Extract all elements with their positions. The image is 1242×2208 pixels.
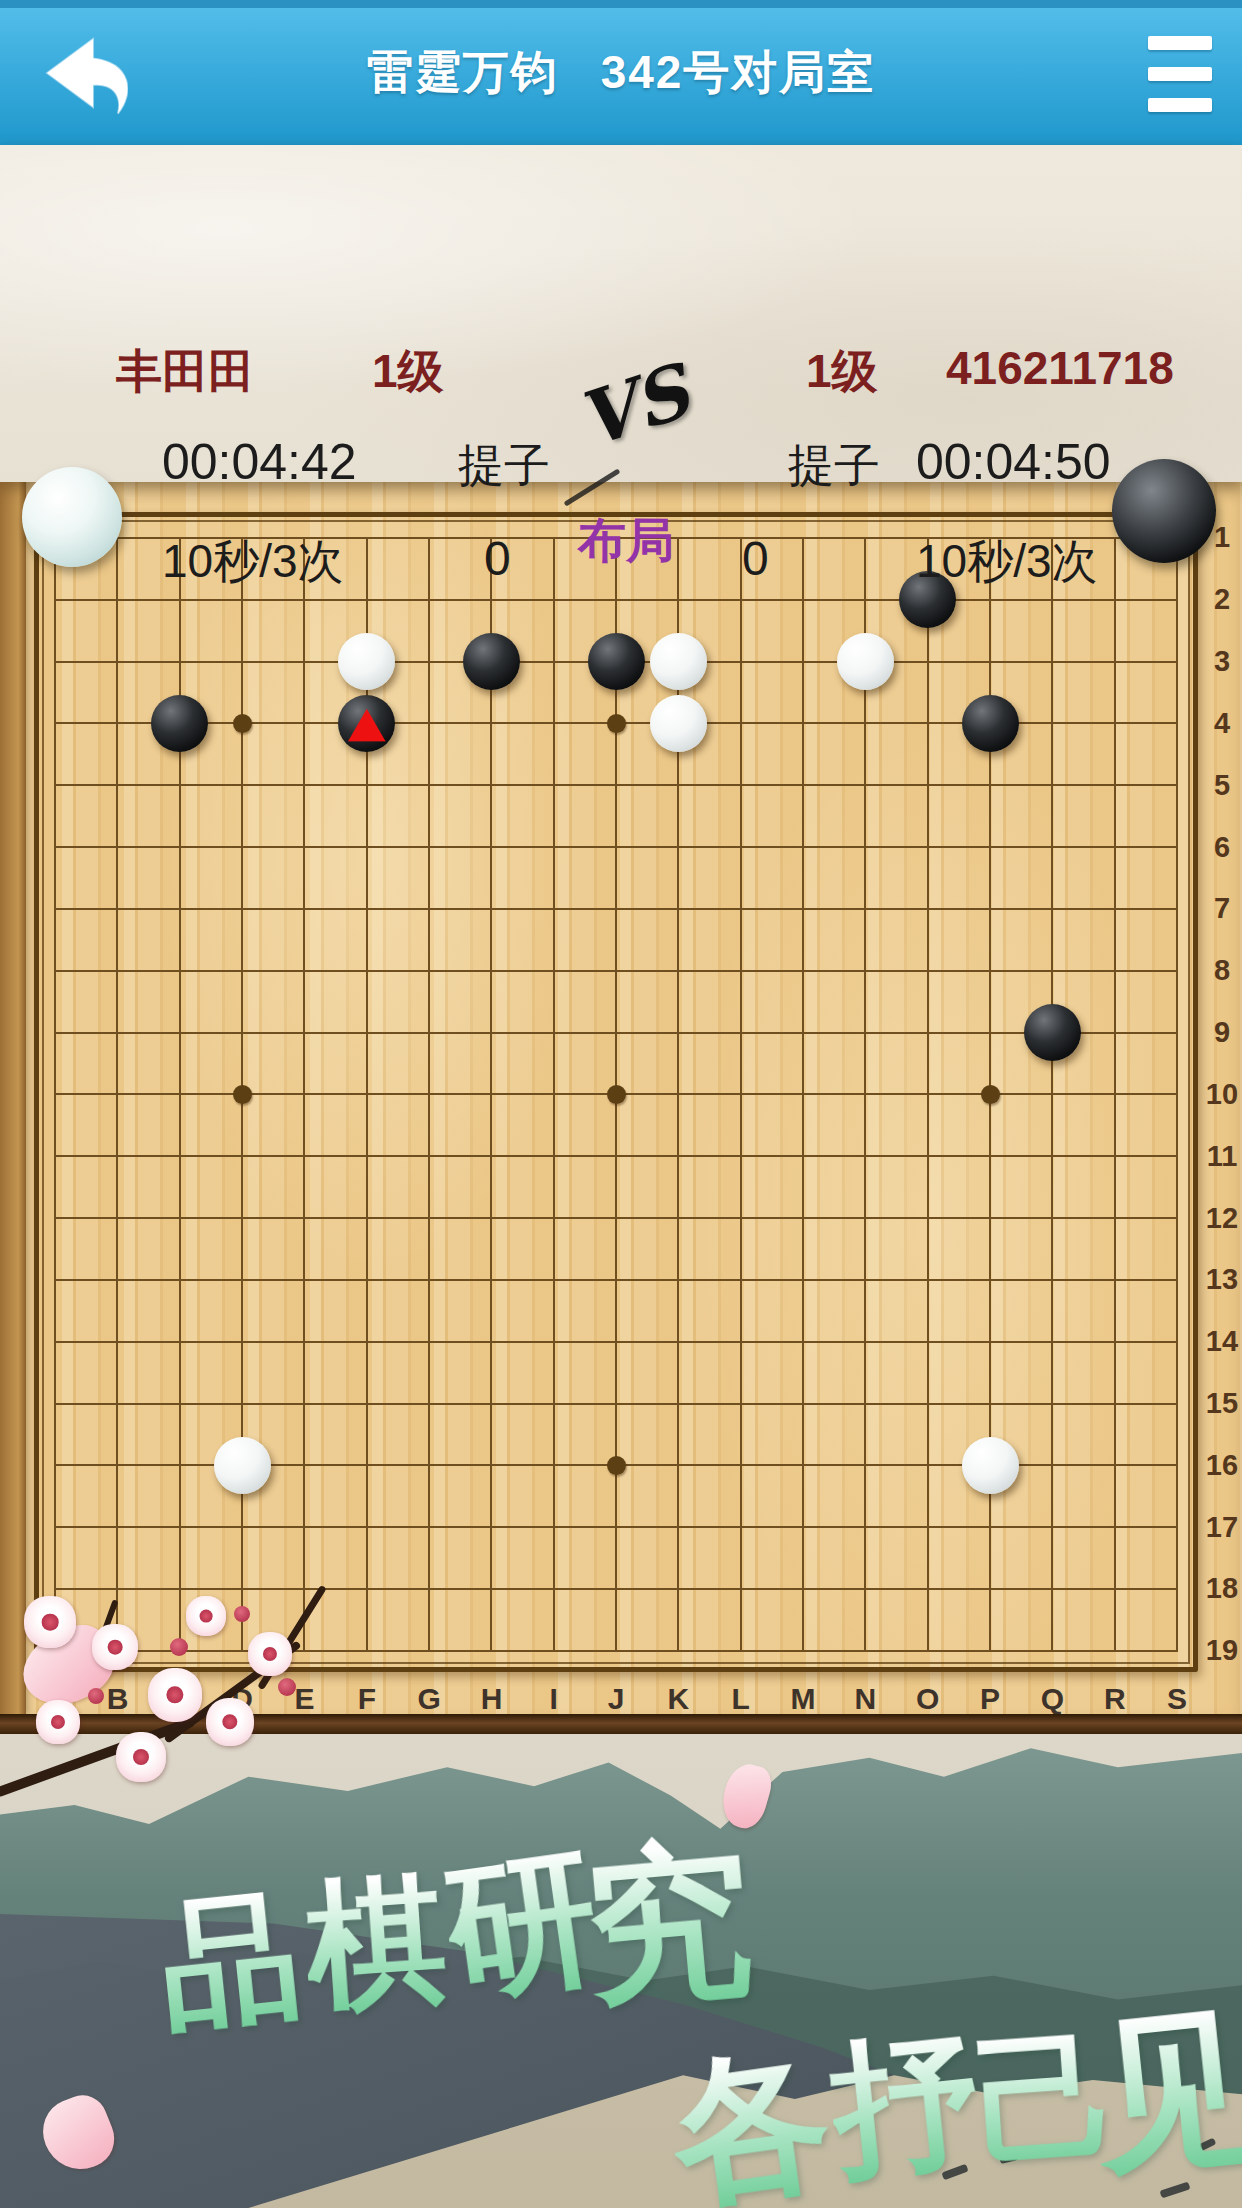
right-player-name: 416211718 bbox=[946, 341, 1174, 395]
black-stone-F4 bbox=[338, 695, 395, 752]
last-move-marker bbox=[348, 709, 386, 742]
right-captures-label: 提子 bbox=[788, 435, 880, 497]
right-byoyomi: 10秒/3次 bbox=[916, 531, 1098, 593]
vs-mark: VS bbox=[567, 348, 699, 464]
row-label-9: 9 bbox=[1204, 1002, 1240, 1064]
row-label-19: 19 bbox=[1204, 1620, 1240, 1682]
col-label-H: H bbox=[460, 1682, 522, 1716]
row-label-16: 16 bbox=[1204, 1434, 1240, 1496]
star-point bbox=[981, 1085, 1000, 1104]
right-player-time: 00:04:50 bbox=[916, 433, 1111, 491]
calligraphy-char: 品 bbox=[150, 1861, 309, 2065]
plum-blossom bbox=[186, 1596, 226, 1636]
calligraphy-char: 究 bbox=[574, 1805, 761, 2046]
app-screen: 雷霆万钧 342号对局室 丰田田 1级 1级 416211718 00:04:4… bbox=[0, 0, 1242, 2208]
row-label-3: 3 bbox=[1204, 631, 1240, 693]
col-label-G: G bbox=[398, 1682, 460, 1716]
players-info-panel: 丰田田 1级 1级 416211718 00:04:42 提子 提子 00:04… bbox=[0, 145, 1242, 482]
right-player-rank: 1级 bbox=[806, 341, 878, 403]
blossom-bud bbox=[88, 1688, 104, 1704]
blossom-bud bbox=[234, 1606, 250, 1622]
col-label-S: S bbox=[1146, 1682, 1208, 1716]
col-label-N: N bbox=[834, 1682, 896, 1716]
left-captures-label: 提子 bbox=[458, 435, 550, 497]
col-label-Q: Q bbox=[1021, 1682, 1083, 1716]
col-label-I: I bbox=[523, 1682, 585, 1716]
star-point bbox=[233, 1085, 252, 1104]
calligraphy-char: 抒 bbox=[822, 1999, 990, 2208]
col-label-P: P bbox=[959, 1682, 1021, 1716]
plum-blossom bbox=[148, 1668, 202, 1722]
row-coordinates: 12345678910111213141516171819 bbox=[1204, 507, 1240, 1682]
col-label-L: L bbox=[710, 1682, 772, 1716]
row-label-13: 13 bbox=[1204, 1249, 1240, 1311]
black-player-stone-avatar bbox=[1112, 459, 1216, 563]
game-phase-label: 布局 bbox=[578, 509, 674, 573]
col-label-O: O bbox=[897, 1682, 959, 1716]
row-label-18: 18 bbox=[1204, 1558, 1240, 1620]
row-label-12: 12 bbox=[1204, 1187, 1240, 1249]
white-player-stone-avatar bbox=[22, 467, 122, 567]
header-bar: 雷霆万钧 342号对局室 bbox=[0, 0, 1242, 145]
row-label-4: 4 bbox=[1204, 692, 1240, 754]
right-captures-count: 0 bbox=[742, 531, 769, 586]
room-number: 342号对局室 bbox=[601, 42, 876, 104]
calligraphy-char: 见 bbox=[1083, 1972, 1242, 2208]
row-label-8: 8 bbox=[1204, 940, 1240, 1002]
left-player-name: 丰田田 bbox=[116, 341, 254, 403]
plum-blossom bbox=[206, 1698, 254, 1746]
menu-button[interactable] bbox=[1148, 36, 1214, 112]
black-stone-C4 bbox=[151, 695, 208, 752]
black-stone-J3 bbox=[588, 633, 645, 690]
plum-blossom bbox=[116, 1732, 166, 1782]
left-player-rank: 1级 bbox=[372, 341, 444, 403]
row-label-5: 5 bbox=[1204, 754, 1240, 816]
plum-blossom bbox=[92, 1624, 138, 1670]
left-byoyomi: 10秒/3次 bbox=[162, 531, 344, 593]
col-label-K: K bbox=[647, 1682, 709, 1716]
row-label-6: 6 bbox=[1204, 816, 1240, 878]
room-name: 雷霆万钧 bbox=[367, 42, 559, 104]
col-label-M: M bbox=[772, 1682, 834, 1716]
row-label-7: 7 bbox=[1204, 878, 1240, 940]
blossom-bud bbox=[170, 1638, 188, 1656]
blossom-bud bbox=[278, 1678, 296, 1696]
row-label-17: 17 bbox=[1204, 1496, 1240, 1558]
row-label-2: 2 bbox=[1204, 569, 1240, 631]
plum-blossom bbox=[24, 1596, 76, 1648]
plum-blossom bbox=[248, 1632, 292, 1676]
row-label-15: 15 bbox=[1204, 1373, 1240, 1435]
white-stone-F3 bbox=[338, 633, 395, 690]
left-player-time: 00:04:42 bbox=[162, 433, 357, 491]
white-stone-K3 bbox=[650, 633, 707, 690]
star-point bbox=[607, 1456, 626, 1475]
black-stone-P4 bbox=[962, 695, 1019, 752]
col-label-R: R bbox=[1084, 1682, 1146, 1716]
black-stone-Q9 bbox=[1024, 1004, 1081, 1061]
star-point bbox=[607, 1085, 626, 1104]
calligraphy-char: 棋 bbox=[300, 1845, 453, 2044]
col-label-F: F bbox=[336, 1682, 398, 1716]
white-stone-P16 bbox=[962, 1437, 1019, 1494]
plum-blossom bbox=[36, 1700, 80, 1744]
row-label-10: 10 bbox=[1204, 1063, 1240, 1125]
col-label-J: J bbox=[585, 1682, 647, 1716]
white-stone-N3 bbox=[837, 633, 894, 690]
page-title: 雷霆万钧 342号对局室 bbox=[0, 0, 1242, 145]
calligraphy-char: 各 bbox=[658, 2012, 844, 2208]
white-stone-K4 bbox=[650, 695, 707, 752]
board-left-edge bbox=[0, 482, 26, 1714]
left-captures-count: 0 bbox=[484, 531, 511, 586]
star-point bbox=[233, 714, 252, 733]
row-label-11: 11 bbox=[1204, 1125, 1240, 1187]
row-label-14: 14 bbox=[1204, 1311, 1240, 1373]
go-board[interactable] bbox=[24, 507, 1208, 1682]
star-point bbox=[607, 714, 626, 733]
white-stone-D16 bbox=[214, 1437, 271, 1494]
black-stone-H3 bbox=[463, 633, 520, 690]
hamburger-icon bbox=[1148, 36, 1212, 50]
